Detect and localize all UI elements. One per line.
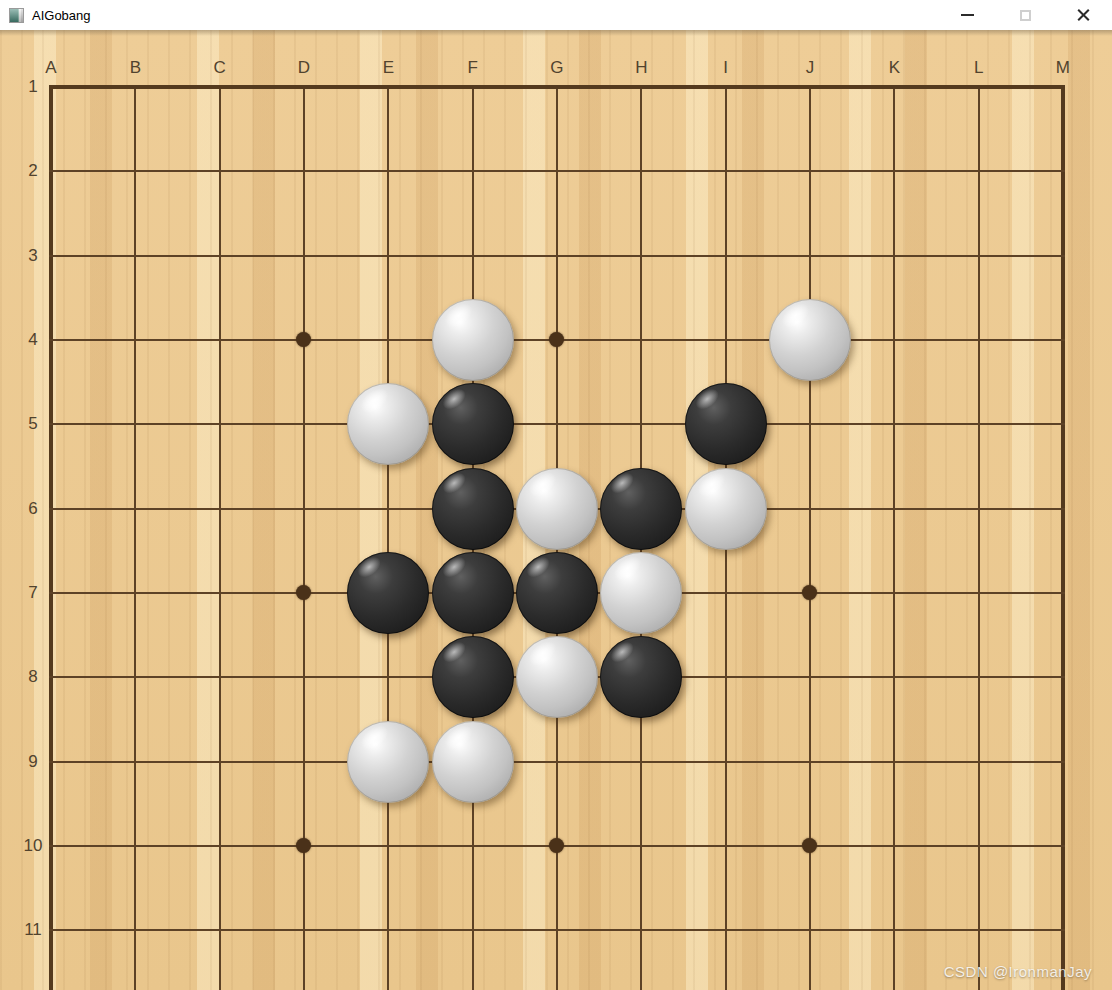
row-label-5: 5 — [10, 413, 56, 435]
stone-highlight — [609, 552, 645, 586]
minimize-icon — [961, 14, 974, 16]
white-stone-F9 — [432, 721, 514, 803]
grid-line-v-D — [303, 85, 305, 990]
gomoku-board[interactable]: CSDN @IronmanJay ABCDEFGHIJKLM1234567891… — [0, 30, 1112, 990]
maximize-icon — [1020, 10, 1031, 21]
row-label-7: 7 — [10, 582, 56, 604]
row-label-11: 11 — [10, 919, 56, 941]
row-label-4: 4 — [10, 329, 56, 351]
close-icon — [1076, 8, 1091, 23]
grid-line-v-E — [387, 85, 389, 990]
grid-line-h-11 — [49, 929, 1065, 931]
stone-highlight — [523, 553, 553, 581]
stone-highlight — [692, 384, 722, 412]
column-label-L: L — [959, 58, 999, 78]
stone-highlight — [441, 720, 477, 754]
stone-highlight — [356, 720, 392, 754]
grid-line-v-B — [134, 85, 136, 990]
minimize-button[interactable] — [938, 0, 996, 30]
row-label-6: 6 — [10, 498, 56, 520]
column-label-K: K — [874, 58, 914, 78]
title-bar: AIGobang — [0, 0, 1112, 30]
white-stone-E5 — [347, 383, 429, 465]
column-label-F: F — [453, 58, 493, 78]
stone-highlight — [525, 467, 561, 501]
app-window: AIGobang CSDN @IronmanJay ABCDEFGHIJKLM1… — [0, 0, 1112, 990]
black-stone-F6 — [432, 468, 514, 550]
window-controls — [938, 0, 1112, 30]
row-label-1: 1 — [10, 76, 56, 98]
grid-line-h-2 — [49, 170, 1065, 172]
stone-highlight — [439, 469, 469, 497]
star-point-D4 — [296, 332, 311, 347]
star-point-G4 — [549, 332, 564, 347]
stone-highlight — [525, 636, 561, 670]
black-stone-E7 — [347, 552, 429, 634]
stone-highlight — [694, 467, 730, 501]
window-title: AIGobang — [32, 8, 91, 23]
maximize-button[interactable] — [996, 0, 1054, 30]
stone-highlight — [354, 553, 384, 581]
row-label-8: 8 — [10, 666, 56, 688]
row-label-10: 10 — [10, 835, 56, 857]
white-stone-J4 — [769, 299, 851, 381]
grid-line-v-L — [978, 85, 980, 990]
app-icon — [9, 8, 24, 23]
stone-highlight — [607, 469, 637, 497]
column-label-A: A — [31, 58, 71, 78]
grid-line-v-C — [219, 85, 221, 990]
white-stone-G6 — [516, 468, 598, 550]
column-label-J: J — [790, 58, 830, 78]
column-label-D: D — [284, 58, 324, 78]
white-stone-H7 — [600, 552, 682, 634]
row-label-2: 2 — [10, 160, 56, 182]
grid-line-v-M — [1061, 85, 1065, 990]
white-stone-G8 — [516, 636, 598, 718]
star-point-J7 — [802, 585, 817, 600]
black-stone-F5 — [432, 383, 514, 465]
column-label-B: B — [115, 58, 155, 78]
black-stone-I5 — [685, 383, 767, 465]
column-label-E: E — [368, 58, 408, 78]
column-label-I: I — [706, 58, 746, 78]
stone-highlight — [439, 553, 469, 581]
star-point-D10 — [296, 838, 311, 853]
row-label-3: 3 — [10, 245, 56, 267]
stone-highlight — [778, 299, 814, 333]
column-label-H: H — [621, 58, 661, 78]
grid-line-h-5 — [49, 423, 1065, 425]
column-label-C: C — [200, 58, 240, 78]
stone-highlight — [356, 383, 392, 417]
close-button[interactable] — [1054, 0, 1112, 30]
black-stone-F8 — [432, 636, 514, 718]
stone-highlight — [439, 637, 469, 665]
black-stone-G7 — [516, 552, 598, 634]
star-point-J10 — [802, 838, 817, 853]
column-label-M: M — [1043, 58, 1083, 78]
stone-highlight — [439, 384, 469, 412]
stone-highlight — [607, 637, 637, 665]
black-stone-H8 — [600, 636, 682, 718]
row-label-9: 9 — [10, 751, 56, 773]
grid-line-h-9 — [49, 761, 1065, 763]
grid-line-v-K — [893, 85, 895, 990]
grid-line-h-1 — [49, 85, 1065, 89]
stone-highlight — [441, 299, 477, 333]
grid-line-h-3 — [49, 255, 1065, 257]
white-stone-E9 — [347, 721, 429, 803]
star-point-G10 — [549, 838, 564, 853]
white-stone-I6 — [685, 468, 767, 550]
column-label-G: G — [537, 58, 577, 78]
watermark: CSDN @IronmanJay — [944, 963, 1092, 980]
black-stone-F7 — [432, 552, 514, 634]
grid-line-v-J — [809, 85, 811, 990]
black-stone-H6 — [600, 468, 682, 550]
white-stone-F4 — [432, 299, 514, 381]
star-point-D7 — [296, 585, 311, 600]
